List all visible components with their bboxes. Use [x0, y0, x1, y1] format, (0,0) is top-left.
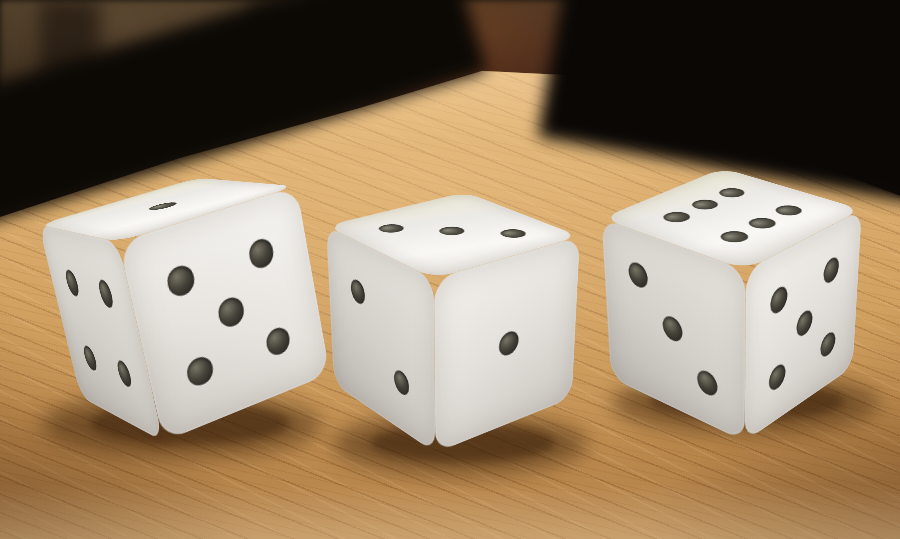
- die-3-left-pip: [662, 313, 682, 344]
- die-3-front-pip: [796, 307, 812, 340]
- die-3-front-pip: [823, 254, 839, 286]
- die-3-top-pip: [743, 216, 780, 231]
- die-3-top-pip: [770, 203, 806, 217]
- die-1-front-pip: [247, 236, 276, 271]
- die-2-top-pip: [373, 223, 408, 235]
- die-3-front-pip: [769, 361, 786, 394]
- die-3-top-pip: [715, 186, 750, 199]
- die-3-top-pip: [659, 210, 696, 224]
- die-3-top-pip: [715, 229, 753, 244]
- die-1-left-pip: [97, 278, 115, 309]
- die-2-left-pip: [394, 366, 410, 398]
- die-3-cube: [670, 188, 789, 409]
- die-3-top-pip: [687, 198, 723, 212]
- die-1-front-pip: [216, 294, 245, 330]
- foreground-blur-haze: [0, 484, 900, 539]
- die-3-front-pip: [770, 283, 787, 317]
- die-2-cube: [377, 213, 520, 417]
- die-1-left-pip: [82, 344, 99, 374]
- die-2-top-pip: [434, 225, 470, 237]
- die-1-front-pip: [264, 324, 292, 359]
- die-3-left-pip: [628, 260, 648, 291]
- die-1-left-pip: [115, 358, 133, 390]
- die-1-top-pip: [145, 202, 181, 211]
- die-1-front-pip: [165, 263, 196, 300]
- dice-photo-scene: [0, 0, 900, 539]
- die-1-cube: [75, 182, 276, 418]
- die-3-front-pip: [820, 329, 836, 360]
- die-2-top-pip: [495, 227, 531, 239]
- die-2-front-pip: [498, 328, 518, 358]
- die-2-left-pip: [350, 276, 365, 307]
- die-1-front-pip: [185, 353, 215, 389]
- die-3-left-pip: [697, 367, 717, 399]
- die-1-left-pip: [64, 269, 81, 298]
